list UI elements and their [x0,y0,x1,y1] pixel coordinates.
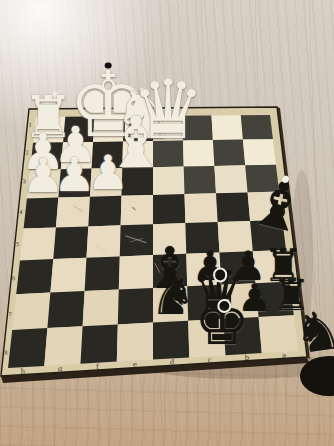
black-knight-d7[interactable]: ♞ [150,271,196,322]
black-king-c8[interactable]: ♚ [194,293,249,355]
square-e8 [117,323,153,362]
square-h8 [8,328,47,368]
square-g7 [47,291,84,328]
pawn-glyph: ♟ [87,149,129,196]
white-ring-finial [217,299,231,313]
offboard-black-knight[interactable]: ♞ [290,302,334,362]
black-finial-dot [105,62,112,69]
square-h6 [16,259,53,294]
square-b4 [216,192,250,222]
knight-glyph: ♞ [150,271,196,322]
square-g8 [44,326,82,366]
file-label-e: e [133,361,138,369]
square-h5 [20,228,56,261]
square-f8 [81,324,118,363]
square-f6 [85,257,120,292]
white-ring-finial [213,268,227,282]
white-pawn-f3[interactable]: ♟ [87,149,129,196]
square-d8 [153,321,189,360]
square-g6 [50,258,86,293]
square-g5 [53,226,88,259]
knight-glyph: ♞ [290,302,334,362]
square-c4 [185,193,218,223]
square-f5 [87,225,121,257]
square-f7 [83,290,119,327]
square-d4 [153,194,185,224]
square-h7 [12,293,50,330]
file-label-a: a [282,352,287,360]
